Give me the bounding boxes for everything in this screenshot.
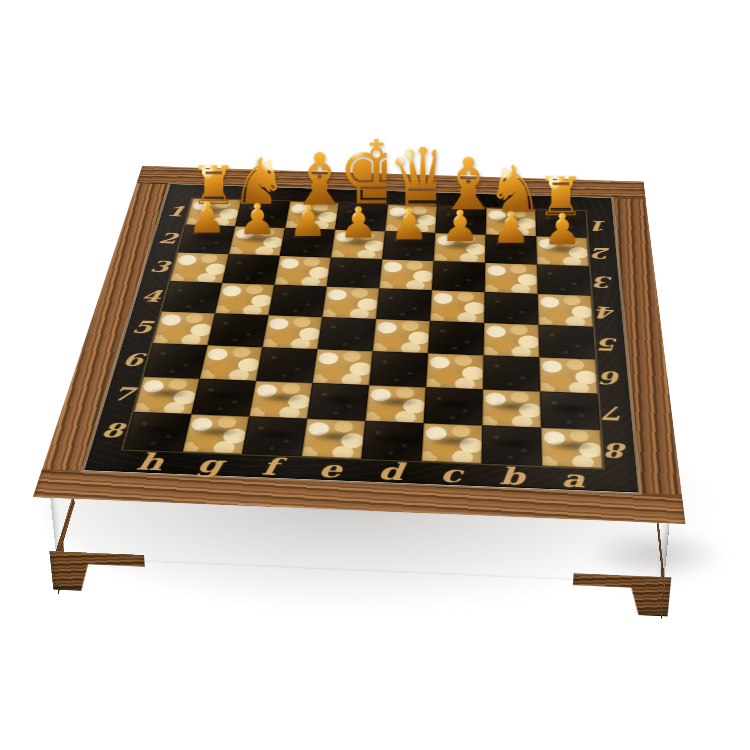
file-label-front-g: g <box>195 450 226 479</box>
rank-label-right-7: 7 <box>604 402 627 425</box>
rank-label-right-4: 4 <box>596 302 617 322</box>
square-g3[interactable] <box>222 254 280 285</box>
white-pawn-f2: ♟ <box>282 199 333 242</box>
rank-label-left-4: 4 <box>139 287 163 306</box>
board-grid: ♜♞♝♚♛♝♞♜♟♟♟♟♟♟♟♟♟♟♟♟♟♟♟♟♜♞♝♚♛♝♞♜ <box>123 198 602 468</box>
rank-label-left-2: 2 <box>156 230 179 247</box>
file-label-front-a: a <box>561 464 586 493</box>
box-foot-front-left <box>49 551 147 594</box>
board-top-face: ♜♞♝♚♛♝♞♜♟♟♟♟♟♟♟♟♟♟♟♟♟♟♟♟♜♞♝♚♛♝♞♜ 1234567… <box>33 166 686 524</box>
square-b2[interactable]: ♟ <box>485 235 537 265</box>
rank-label-right-8: 8 <box>606 438 630 462</box>
chess-box: ♜♞♝♚♛♝♞♜♟♟♟♟♟♟♟♟♟♟♟♟♟♟♟♟♜♞♝♚♛♝♞♜ 1234567… <box>33 166 686 524</box>
square-h2[interactable]: ♟ <box>178 225 235 254</box>
file-label-front-c: c <box>439 460 462 489</box>
white-pawn-b2: ♟ <box>486 206 537 249</box>
rank-label-left-8: 8 <box>99 419 127 443</box>
square-a2[interactable]: ♟ <box>536 236 589 266</box>
square-a4[interactable] <box>538 294 593 327</box>
square-d3[interactable] <box>379 259 433 290</box>
square-f8[interactable]: ♝ <box>242 416 307 456</box>
square-h4[interactable] <box>162 281 222 313</box>
box-foot-front-right <box>571 573 671 616</box>
black-knight-g8: ♞ <box>187 357 246 433</box>
square-f4[interactable] <box>268 285 326 317</box>
square-d8[interactable]: ♛ <box>361 421 423 461</box>
file-label-front-h: h <box>134 448 167 476</box>
white-pawn-a2: ♟ <box>537 208 588 252</box>
rank-label-right-1: 1 <box>590 217 609 234</box>
square-g5[interactable] <box>208 313 269 347</box>
square-h3[interactable] <box>170 252 229 283</box>
rank-label-left-3: 3 <box>148 258 172 276</box>
square-c4[interactable] <box>430 290 485 323</box>
square-a8[interactable]: ♜ <box>541 428 603 469</box>
square-e4[interactable] <box>322 287 379 319</box>
square-g4[interactable] <box>215 283 274 315</box>
square-d2[interactable]: ♟ <box>382 231 435 261</box>
square-c3[interactable] <box>432 261 485 292</box>
rank-label-left-5: 5 <box>130 317 155 337</box>
file-label-front-f: f <box>260 453 280 481</box>
black-queen-d8: ♛ <box>363 344 422 441</box>
black-king-e8: ♚ <box>304 333 363 438</box>
square-b8[interactable]: ♞ <box>482 425 542 465</box>
square-a5[interactable] <box>538 325 595 360</box>
square-e8[interactable]: ♚ <box>302 419 366 459</box>
black-bishop-c8: ♝ <box>423 357 482 443</box>
square-h5[interactable] <box>153 311 215 345</box>
white-pawn-g2: ♟ <box>232 198 283 241</box>
square-a3[interactable] <box>537 264 591 295</box>
square-e2[interactable]: ♟ <box>331 230 385 259</box>
rank-label-right-6: 6 <box>601 367 623 389</box>
square-b3[interactable] <box>485 263 538 294</box>
black-rook-a8: ♜ <box>542 384 602 448</box>
square-g2[interactable]: ♟ <box>229 226 285 255</box>
rank-label-right-3: 3 <box>594 273 614 292</box>
file-label-front-e: e <box>317 455 343 484</box>
square-c8[interactable]: ♝ <box>421 423 482 463</box>
square-d4[interactable] <box>376 288 432 321</box>
square-f3[interactable] <box>274 256 331 287</box>
rank-label-right-2: 2 <box>592 244 612 262</box>
white-pawn-e2: ♟ <box>333 201 384 244</box>
white-pawn-d2: ♟ <box>384 203 435 246</box>
file-label-front-b: b <box>499 462 524 491</box>
black-bishop-f8: ♝ <box>246 351 305 436</box>
black-knight-b8: ♞ <box>482 368 541 445</box>
white-pawn-h2: ♟ <box>182 196 233 239</box>
square-c2[interactable]: ♟ <box>434 233 486 263</box>
square-f2[interactable]: ♟ <box>280 228 335 257</box>
file-label-front-d: d <box>377 457 404 486</box>
square-e3[interactable] <box>327 257 383 288</box>
rank-label-right-5: 5 <box>599 334 621 355</box>
square-b4[interactable] <box>484 292 538 325</box>
square-g8[interactable]: ♞ <box>183 414 250 454</box>
white-pawn-c2: ♟ <box>435 204 486 247</box>
product-photo-amber-chess-set: ♜♞♝♚♛♝♞♜♟♟♟♟♟♟♟♟♟♟♟♟♟♟♟♟♜♞♝♚♛♝♞♜ 1234567… <box>0 0 750 750</box>
scene-3d: ♜♞♝♚♛♝♞♜♟♟♟♟♟♟♟♟♟♟♟♟♟♟♟♟♜♞♝♚♛♝♞♜ 1234567… <box>0 0 750 750</box>
coord-band: ♜♞♝♚♛♝♞♜♟♟♟♟♟♟♟♟♟♟♟♟♟♟♟♟♜♞♝♚♛♝♞♜ 1234567… <box>84 184 638 492</box>
